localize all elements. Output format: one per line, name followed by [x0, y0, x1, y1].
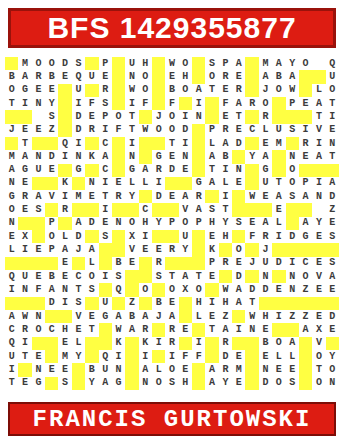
grid-cell: [5, 110, 18, 123]
grid-cell: E: [165, 297, 178, 310]
grid-cell: I: [99, 203, 112, 216]
grid-cell: V: [45, 190, 58, 203]
grid-cell: N: [192, 110, 205, 123]
grid-cell: W: [286, 84, 299, 97]
grid-cell: [165, 257, 178, 270]
grid-cell: J: [245, 257, 258, 270]
grid-cell: E: [45, 164, 58, 177]
grid-cell: [5, 257, 18, 270]
grid-cell: E: [312, 310, 325, 323]
grid-cell: [85, 164, 98, 177]
grid-cell: [32, 177, 45, 190]
grid-cell: A: [205, 377, 218, 390]
grid-cell: Y: [45, 97, 58, 110]
grid-cell: E: [85, 190, 98, 203]
grid-cell: A: [165, 310, 178, 323]
grid-cell: G: [72, 164, 85, 177]
grid-cell: [139, 257, 152, 270]
grid-cell: C: [99, 137, 112, 150]
grid-cell: E: [272, 363, 285, 376]
grid-cell: E: [259, 350, 272, 363]
grid-cell: [179, 337, 192, 350]
grid-cell: [326, 297, 339, 310]
grid-cell: [232, 190, 245, 203]
grid-cell: [245, 70, 258, 83]
grid-cell: I: [326, 110, 339, 123]
grid-cell: E: [179, 323, 192, 336]
grid-cell: D: [232, 137, 245, 150]
grid-cell: [245, 270, 258, 283]
grid-cell: O: [259, 97, 272, 110]
grid-cell: [245, 84, 258, 97]
grid-cell: [32, 297, 45, 310]
grid-cell: O: [326, 363, 339, 376]
grid-cell: E: [32, 84, 45, 97]
grid-cell: X: [179, 283, 192, 296]
grid-cell: H: [205, 217, 218, 230]
grid-cell: A: [299, 217, 312, 230]
grid-cell: O: [179, 217, 192, 230]
grid-cell: Z: [219, 310, 232, 323]
grid-cell: U: [125, 57, 138, 70]
grid-cell: A: [205, 150, 218, 163]
grid-cell: R: [219, 257, 232, 270]
author-name: FRANCIS GURTOWSKI: [33, 406, 312, 433]
grid-cell: E: [232, 70, 245, 83]
grid-cell: O: [192, 283, 205, 296]
grid-cell: Y: [179, 243, 192, 256]
grid-cell: S: [112, 270, 125, 283]
grid-cell: [205, 97, 218, 110]
grid-cell: S: [286, 190, 299, 203]
grid-cell: O: [286, 164, 299, 177]
grid-cell: I: [272, 230, 285, 243]
grid-cell: V: [179, 203, 192, 216]
grid-cell: E: [219, 110, 232, 123]
grid-cell: O: [5, 84, 18, 97]
grid-cell: [125, 337, 138, 350]
grid-cell: E: [272, 203, 285, 216]
grid-cell: [192, 57, 205, 70]
grid-cell: K: [112, 337, 125, 350]
grid-cell: O: [165, 110, 178, 123]
grid-cell: [139, 190, 152, 203]
grid-cell: O: [45, 57, 58, 70]
grid-cell: [299, 363, 312, 376]
grid-cell: [125, 203, 138, 216]
grid-cell: [85, 57, 98, 70]
grid-cell: N: [259, 270, 272, 283]
grid-cell: G: [5, 190, 18, 203]
grid-cell: L: [219, 177, 232, 190]
grid-cell: W: [112, 323, 125, 336]
grid-cell: [272, 110, 285, 123]
grid-cell: L: [85, 257, 98, 270]
grid-cell: [232, 150, 245, 163]
grid-cell: [299, 110, 312, 123]
grid-cell: I: [58, 297, 71, 310]
grid-cell: [32, 257, 45, 270]
grid-cell: T: [205, 164, 218, 177]
grid-cell: E: [112, 177, 125, 190]
grid-cell: F: [179, 350, 192, 363]
grid-cell: [272, 150, 285, 163]
grid-cell: [245, 363, 258, 376]
grid-cell: [112, 137, 125, 150]
grid-cell: D: [232, 270, 245, 283]
grid-cell: R: [112, 190, 125, 203]
grid-cell: P: [99, 110, 112, 123]
grid-cell: T: [232, 110, 245, 123]
grid-cell: A: [139, 310, 152, 323]
grid-cell: O: [45, 230, 58, 243]
grid-cell: D: [245, 283, 258, 296]
grid-cell: E: [58, 363, 71, 376]
grid-cell: O: [299, 270, 312, 283]
grid-cell: C: [99, 164, 112, 177]
grid-cell: [112, 297, 125, 310]
grid-cell: S: [72, 57, 85, 70]
grid-cell: [152, 70, 165, 83]
grid-cell: S: [326, 230, 339, 243]
grid-cell: E: [32, 124, 45, 137]
grid-cell: N: [85, 177, 98, 190]
grid-cell: M: [232, 363, 245, 376]
grid-cell: [192, 377, 205, 390]
grid-cell: J: [72, 243, 85, 256]
grid-cell: [45, 337, 58, 350]
grid-cell: [272, 297, 285, 310]
grid-cell: N: [32, 310, 45, 323]
grid-cell: I: [152, 337, 165, 350]
grid-cell: N: [312, 190, 325, 203]
grid-cell: [99, 243, 112, 256]
grid-cell: R: [219, 124, 232, 137]
grid-cell: [205, 283, 218, 296]
grid-cell: U: [18, 270, 31, 283]
book-title: BFS 1429355877: [47, 11, 296, 45]
grid-cell: I: [312, 137, 325, 150]
grid-cell: V: [312, 124, 325, 137]
grid-cell: [72, 377, 85, 390]
grid-cell: E: [45, 363, 58, 376]
grid-cell: [125, 377, 138, 390]
grid-cell: A: [312, 150, 325, 163]
grid-cell: A: [259, 217, 272, 230]
grid-cell: [58, 110, 71, 123]
grid-cell: A: [312, 97, 325, 110]
grid-cell: R: [245, 97, 258, 110]
grid-cell: [112, 230, 125, 243]
grid-cell: R: [58, 203, 71, 216]
grid-cell: D: [72, 110, 85, 123]
grid-cell: E: [32, 243, 45, 256]
grid-cell: [72, 203, 85, 216]
grid-cell: [125, 350, 138, 363]
grid-cell: Y: [72, 350, 85, 363]
grid-cell: U: [85, 70, 98, 83]
grid-cell: F: [192, 350, 205, 363]
grid-cell: [272, 323, 285, 336]
grid-cell: O: [272, 337, 285, 350]
grid-cell: Q: [112, 283, 125, 296]
grid-cell: N: [125, 70, 138, 83]
grid-cell: E: [18, 177, 31, 190]
grid-cell: [152, 57, 165, 70]
grid-cell: E: [312, 230, 325, 243]
grid-cell: F: [139, 97, 152, 110]
grid-cell: A: [299, 323, 312, 336]
grid-cell: [85, 137, 98, 150]
grid-cell: [299, 337, 312, 350]
grid-cell: I: [232, 323, 245, 336]
grid-cell: E: [85, 310, 98, 323]
grid-cell: A: [232, 57, 245, 70]
grid-cell: [45, 203, 58, 216]
grid-cell: I: [125, 97, 138, 110]
grid-cell: D: [179, 124, 192, 137]
grid-cell: [72, 257, 85, 270]
grid-cell: K: [85, 150, 98, 163]
grid-cell: X: [312, 323, 325, 336]
grid-cell: [179, 310, 192, 323]
grid-cell: [152, 283, 165, 296]
grid-cell: W: [139, 124, 152, 137]
grid-cell: S: [326, 257, 339, 270]
grid-cell: A: [299, 190, 312, 203]
grid-cell: [32, 217, 45, 230]
grid-cell: O: [272, 84, 285, 97]
grid-cell: Z: [326, 203, 339, 216]
grid-cell: S: [32, 203, 45, 216]
grid-cell: D: [152, 190, 165, 203]
grid-cell: [245, 177, 258, 190]
grid-cell: [85, 297, 98, 310]
grid-cell: A: [192, 84, 205, 97]
grid-cell: U: [179, 230, 192, 243]
grid-cell: Q: [72, 70, 85, 83]
grid-cell: L: [125, 177, 138, 190]
grid-cell: O: [139, 70, 152, 83]
grid-cell: H: [219, 230, 232, 243]
grid-cell: S: [58, 377, 71, 390]
grid-cell: O: [286, 177, 299, 190]
grid-cell: T: [18, 137, 31, 150]
grid-cell: L: [272, 217, 285, 230]
grid-cell: [85, 230, 98, 243]
grid-cell: [245, 337, 258, 350]
grid-cell: A: [5, 164, 18, 177]
grid-cell: T: [326, 150, 339, 163]
grid-cell: U: [5, 350, 18, 363]
grid-cell: E: [259, 137, 272, 150]
grid-cell: S: [152, 270, 165, 283]
grid-cell: R: [152, 257, 165, 270]
grid-cell: C: [72, 270, 85, 283]
grid-cell: [45, 310, 58, 323]
grid-cell: T: [125, 124, 138, 137]
grid-cell: K: [139, 337, 152, 350]
grid-cell: [192, 257, 205, 270]
grid-cell: I: [5, 283, 18, 296]
grid-cell: E: [152, 243, 165, 256]
grid-cell: J: [259, 84, 272, 97]
grid-cell: H: [139, 217, 152, 230]
grid-cell: [18, 363, 31, 376]
grid-cell: J: [152, 310, 165, 323]
grid-cell: G: [112, 377, 125, 390]
grid-cell: G: [192, 177, 205, 190]
grid-cell: O: [165, 283, 178, 296]
grid-cell: O: [179, 84, 192, 97]
grid-cell: E: [18, 377, 31, 390]
grid-cell: G: [125, 164, 138, 177]
grid-cell: G: [18, 84, 31, 97]
grid-cell: D: [286, 230, 299, 243]
grid-cell: D: [165, 164, 178, 177]
grid-cell: E: [299, 97, 312, 110]
grid-cell: O: [272, 377, 285, 390]
grid-cell: A: [179, 190, 192, 203]
grid-cell: F: [219, 97, 232, 110]
grid-cell: S: [232, 217, 245, 230]
grid-cell: I: [99, 124, 112, 137]
grid-cell: [245, 203, 258, 216]
grid-cell: O: [139, 283, 152, 296]
grid-cell: [232, 230, 245, 243]
puzzle-grid: MOODSPUHWOSPAMAYOQBARBEQUENOEHOREABAUOGE…: [5, 57, 339, 390]
grid-cell: [326, 337, 339, 350]
grid-cell: N: [58, 283, 71, 296]
grid-cell: U: [99, 363, 112, 376]
grid-cell: R: [99, 84, 112, 97]
grid-cell: [219, 270, 232, 283]
grid-cell: P: [192, 217, 205, 230]
grid-cell: [58, 310, 71, 323]
grid-cell: [139, 150, 152, 163]
grid-cell: G: [259, 164, 272, 177]
grid-cell: N: [18, 283, 31, 296]
grid-cell: Y: [219, 217, 232, 230]
grid-cell: M: [259, 57, 272, 70]
grid-cell: [312, 164, 325, 177]
grid-cell: E: [205, 270, 218, 283]
grid-cell: N: [139, 377, 152, 390]
grid-cell: D: [58, 57, 71, 70]
grid-cell: O: [179, 57, 192, 70]
grid-cell: I: [99, 270, 112, 283]
grid-cell: [179, 257, 192, 270]
grid-cell: P: [45, 217, 58, 230]
grid-cell: [32, 137, 45, 150]
grid-cell: E: [179, 164, 192, 177]
grid-cell: E: [205, 310, 218, 323]
grid-cell: [152, 203, 165, 216]
grid-cell: I: [72, 97, 85, 110]
grid-cell: B: [5, 70, 18, 83]
grid-cell: T: [99, 190, 112, 203]
grid-cell: E: [125, 257, 138, 270]
grid-cell: A: [58, 243, 71, 256]
grid-cell: [112, 150, 125, 163]
grid-cell: E: [326, 124, 339, 137]
grid-cell: E: [259, 190, 272, 203]
grid-cell: [58, 97, 71, 110]
grid-cell: [112, 164, 125, 177]
grid-cell: N: [245, 323, 258, 336]
grid-cell: A: [139, 164, 152, 177]
grid-cell: D: [326, 190, 339, 203]
grid-cell: [165, 203, 178, 216]
grid-cell: M: [58, 350, 71, 363]
grid-cell: I: [112, 350, 125, 363]
grid-cell: A: [219, 137, 232, 150]
grid-cell: Y: [125, 190, 138, 203]
grid-cell: [299, 297, 312, 310]
grid-cell: L: [312, 84, 325, 97]
grid-cell: L: [272, 350, 285, 363]
grid-cell: D: [272, 257, 285, 270]
grid-cell: R: [18, 190, 31, 203]
grid-cell: O: [326, 84, 339, 97]
grid-cell: [259, 203, 272, 216]
grid-cell: A: [219, 323, 232, 336]
grid-cell: T: [326, 97, 339, 110]
grid-cell: E: [205, 230, 218, 243]
grid-cell: W: [125, 84, 138, 97]
grid-cell: A: [45, 283, 58, 296]
grid-cell: A: [259, 70, 272, 83]
grid-cell: [18, 110, 31, 123]
grid-cell: T: [18, 350, 31, 363]
grid-cell: [192, 137, 205, 150]
grid-cell: U: [326, 70, 339, 83]
grid-cell: R: [165, 323, 178, 336]
grid-cell: E: [219, 84, 232, 97]
grid-cell: N: [286, 270, 299, 283]
grid-cell: A: [112, 310, 125, 323]
grid-cell: S: [72, 297, 85, 310]
grid-cell: O: [232, 243, 245, 256]
grid-cell: D: [85, 217, 98, 230]
grid-cell: I: [179, 137, 192, 150]
grid-cell: G: [152, 150, 165, 163]
grid-cell: [205, 350, 218, 363]
grid-cell: U: [259, 177, 272, 190]
grid-cell: T: [219, 203, 232, 216]
grid-cell: Z: [299, 283, 312, 296]
grid-cell: L: [205, 137, 218, 150]
grid-cell: N: [72, 150, 85, 163]
grid-cell: R: [232, 84, 245, 97]
grid-cell: H: [179, 377, 192, 390]
grid-cell: E: [245, 217, 258, 230]
grid-cell: S: [205, 57, 218, 70]
grid-cell: R: [32, 70, 45, 83]
grid-cell: [112, 243, 125, 256]
grid-cell: [312, 57, 325, 70]
grid-cell: E: [232, 257, 245, 270]
grid-cell: E: [58, 337, 71, 350]
grid-cell: J: [259, 243, 272, 256]
grid-cell: [286, 203, 299, 216]
grid-cell: [312, 203, 325, 216]
grid-cell: E: [165, 150, 178, 163]
grid-cell: [299, 243, 312, 256]
grid-cell: E: [232, 124, 245, 137]
grid-cell: I: [312, 177, 325, 190]
grid-cell: Q: [99, 350, 112, 363]
